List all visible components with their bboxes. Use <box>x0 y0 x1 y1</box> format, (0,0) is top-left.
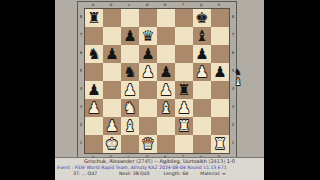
square-e3: ♝ <box>157 99 175 117</box>
black-bishop: ♝ <box>193 27 211 45</box>
square-b5 <box>103 63 121 81</box>
black-rook: ♜ <box>85 9 103 27</box>
white-pawn: ♟ <box>85 99 103 117</box>
square-a7 <box>85 27 103 45</box>
square-g6: ♟ <box>193 45 211 63</box>
black-pawn: ♟ <box>211 63 229 81</box>
material-count: Material: = <box>200 171 226 177</box>
material-imbalance-indicator: ♞♝ <box>234 67 242 87</box>
square-a3: ♟ <box>85 99 103 117</box>
video-frame: abcdefgh 87654321 ♜♚♟♛♝♞♟♟♟♞♟♟♟♟♟♟♟♜♟♞♝♟… <box>0 0 320 180</box>
square-e4: ♟ <box>157 81 175 99</box>
chess-board-area: abcdefgh 87654321 ♜♚♟♛♝♞♟♟♟♞♟♟♟♟♟♟♟♜♟♞♝♟… <box>77 1 237 161</box>
players-separator: -- <box>154 158 158 164</box>
white-rook: ♜ <box>211 135 229 153</box>
rank-label-6: 6 <box>230 44 236 62</box>
black-pawn: ♟ <box>157 63 175 81</box>
square-g4 <box>193 81 211 99</box>
square-f3: ♟ <box>175 99 193 117</box>
square-c5: ♞ <box>121 63 139 81</box>
square-h7 <box>211 27 229 45</box>
square-c3: ♞ <box>121 99 139 117</box>
square-h3 <box>211 99 229 117</box>
square-b1: ♚ <box>103 135 121 153</box>
square-d4 <box>139 81 157 99</box>
square-b4 <box>103 81 121 99</box>
game-result: 1-0 <box>227 158 235 164</box>
rank-label-8: 8 <box>230 8 236 26</box>
square-h2 <box>211 117 229 135</box>
black-player-name: Agibileg, Uurtsaikh <box>160 158 207 164</box>
square-a5 <box>85 63 103 81</box>
square-e6 <box>157 45 175 63</box>
rank-label-2: 2 <box>230 116 236 134</box>
black-pawn: ♟ <box>103 45 121 63</box>
black-queen: ♛ <box>139 27 157 45</box>
square-d7: ♛ <box>139 27 157 45</box>
square-f2: ♜ <box>175 117 193 135</box>
square-b2: ♟ <box>103 117 121 135</box>
white-rook: ♜ <box>175 117 193 135</box>
rank-label-3: 3 <box>230 98 236 116</box>
caption-bar: Grischuk, Alexander (2745) -- Agibileg, … <box>55 157 264 180</box>
square-c2: ♝ <box>121 117 139 135</box>
square-b6: ♟ <box>103 45 121 63</box>
square-d1: ♛ <box>139 135 157 153</box>
white-player-elo: (2745) <box>136 158 153 164</box>
square-g1 <box>193 135 211 153</box>
diagram-panel: abcdefgh 87654321 ♜♚♟♛♝♞♟♟♟♞♟♟♟♟♟♟♟♜♟♞♝♟… <box>55 0 264 180</box>
black-pawn: ♟ <box>139 45 157 63</box>
square-h1: ♜ <box>211 135 229 153</box>
white-bishop-material: ♝ <box>234 77 242 87</box>
white-pawn: ♟ <box>103 117 121 135</box>
square-c4: ♟ <box>121 81 139 99</box>
black-knight: ♞ <box>121 63 139 81</box>
black-player-elo: (2413) <box>208 158 225 164</box>
move-status-line: 37. ... Qd7 Next: 38.Qd3 Length: 64 Mate… <box>55 171 264 177</box>
board: ♜♚♟♛♝♞♟♟♟♞♟♟♟♟♟♟♟♜♟♞♝♟♟♝♜♚♛♜ <box>84 8 230 154</box>
square-f5 <box>175 63 193 81</box>
square-a1 <box>85 135 103 153</box>
next-move: Next: 38.Qd3 <box>119 171 149 177</box>
square-f8 <box>175 9 193 27</box>
square-b8 <box>103 9 121 27</box>
square-e8 <box>157 9 175 27</box>
square-f1 <box>175 135 193 153</box>
white-queen: ♛ <box>139 135 157 153</box>
square-e7 <box>157 27 175 45</box>
square-d6: ♟ <box>139 45 157 63</box>
square-a2 <box>85 117 103 135</box>
white-king: ♚ <box>103 135 121 153</box>
square-g8: ♚ <box>193 9 211 27</box>
rank-label-1: 1 <box>230 134 236 152</box>
square-f7 <box>175 27 193 45</box>
square-d3 <box>139 99 157 117</box>
square-h8 <box>211 9 229 27</box>
square-a8: ♜ <box>85 9 103 27</box>
white-pawn: ♟ <box>175 99 193 117</box>
game-length: Length: 64 <box>164 171 189 177</box>
square-a6: ♞ <box>85 45 103 63</box>
square-g2 <box>193 117 211 135</box>
square-f6 <box>175 45 193 63</box>
square-h6 <box>211 45 229 63</box>
square-g7: ♝ <box>193 27 211 45</box>
black-pawn: ♟ <box>121 27 139 45</box>
white-bishop: ♝ <box>157 99 175 117</box>
square-c7: ♟ <box>121 27 139 45</box>
square-c8 <box>121 9 139 27</box>
square-e5: ♟ <box>157 63 175 81</box>
rank-label-7: 7 <box>230 26 236 44</box>
square-b3 <box>103 99 121 117</box>
square-d2 <box>139 117 157 135</box>
black-pawn: ♟ <box>193 45 211 63</box>
black-knight-material: ♞ <box>234 67 242 77</box>
black-rook: ♜ <box>175 81 193 99</box>
square-c1 <box>121 135 139 153</box>
white-pawn: ♟ <box>193 63 211 81</box>
black-pawn: ♟ <box>85 81 103 99</box>
players-line: Grischuk, Alexander (2745) -- Agibileg, … <box>55 158 264 165</box>
white-pawn: ♟ <box>157 81 175 99</box>
black-king: ♚ <box>193 9 211 27</box>
square-b7 <box>103 27 121 45</box>
square-g3 <box>193 99 211 117</box>
black-knight: ♞ <box>85 45 103 63</box>
square-f4: ♜ <box>175 81 193 99</box>
square-a4: ♟ <box>85 81 103 99</box>
white-pawn: ♟ <box>121 81 139 99</box>
square-d5: ♟ <box>139 63 157 81</box>
white-bishop: ♝ <box>121 117 139 135</box>
square-e2 <box>157 117 175 135</box>
square-h4 <box>211 81 229 99</box>
square-g5: ♟ <box>193 63 211 81</box>
square-c6 <box>121 45 139 63</box>
white-pawn: ♟ <box>139 63 157 81</box>
square-d8 <box>139 9 157 27</box>
white-knight: ♞ <box>121 99 139 117</box>
white-player-name: Grischuk, Alexander <box>84 158 134 164</box>
move-played: 37. ... Qd7 <box>73 171 97 177</box>
square-e1 <box>157 135 175 153</box>
square-h5: ♟ <box>211 63 229 81</box>
